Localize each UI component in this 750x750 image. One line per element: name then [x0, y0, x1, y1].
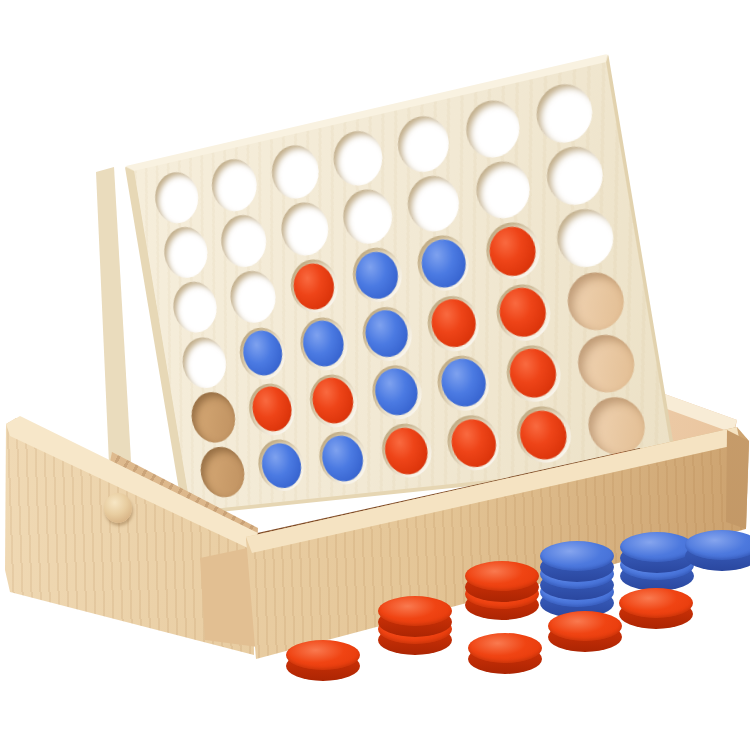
empty-hole: [584, 394, 649, 458]
red-disc[interactable]: [290, 260, 337, 312]
coin-top: [619, 588, 693, 618]
empty-hole: [394, 111, 453, 176]
cell-c7-r5[interactable]: [564, 327, 649, 400]
coin-side: [540, 552, 614, 582]
cell-c4-r3[interactable]: [340, 240, 415, 310]
coin-side: [286, 651, 360, 681]
empty-hole: [472, 157, 534, 223]
empty-hole: [160, 223, 211, 281]
coin-top: [540, 541, 614, 571]
disc-top: [391, 494, 463, 534]
empty-hole: [574, 331, 639, 396]
empty-hole: [151, 168, 201, 227]
cell-c3-r3[interactable]: [278, 252, 350, 320]
latch-knob[interactable]: [104, 493, 132, 523]
disc-side: [345, 514, 417, 554]
disc-side: [287, 526, 359, 566]
hole: [368, 362, 425, 422]
empty-hole: [532, 78, 596, 147]
empty-hole: [197, 445, 248, 500]
coin-side: [378, 625, 452, 655]
cell-c2-r6[interactable]: [247, 434, 317, 497]
empty-hole: [217, 211, 270, 271]
blue-disc[interactable]: [372, 366, 421, 418]
hole: [378, 421, 435, 480]
empty-hole: [564, 268, 629, 334]
hole: [306, 372, 361, 431]
cell-c6-r3[interactable]: [473, 214, 554, 288]
empty-hole: [329, 126, 386, 190]
product-photo-connect-four: [0, 0, 750, 750]
cell-c7-r4[interactable]: [554, 263, 639, 337]
coin-top: [620, 550, 694, 580]
blue-disc[interactable]: [353, 248, 402, 302]
hole: [255, 437, 308, 493]
coin-top: [465, 579, 539, 609]
coin-top: [685, 530, 750, 560]
red-disc[interactable]: [496, 284, 549, 340]
red-disc[interactable]: [309, 375, 356, 426]
cell-c6-r6[interactable]: [503, 400, 585, 470]
red-disc[interactable]: [382, 425, 432, 476]
empty-hole: [404, 171, 463, 235]
coin-side: [620, 561, 694, 591]
empty-hole: [462, 95, 524, 162]
coin-side: [540, 570, 614, 600]
empty-hole: [543, 141, 607, 209]
game-board: [125, 54, 677, 516]
coin-side: [378, 607, 452, 637]
blue-disc[interactable]: [363, 307, 412, 360]
disc-side: [393, 502, 465, 542]
hole: [444, 413, 504, 473]
hole: [414, 231, 473, 294]
coin-top: [540, 559, 614, 589]
disc-top: [285, 518, 357, 558]
coin-top: [540, 577, 614, 607]
cell-c2-r3[interactable]: [219, 263, 288, 330]
blue-disc[interactable]: [258, 441, 304, 490]
cell-c4-r5[interactable]: [360, 358, 435, 426]
coin-top: [286, 640, 360, 670]
empty-hole: [188, 389, 239, 445]
cell-c3-r5[interactable]: [297, 368, 369, 434]
coin-side: [685, 541, 750, 571]
disc-top: [242, 532, 314, 572]
hole: [513, 404, 575, 466]
coin-side: [540, 588, 614, 618]
empty-hole: [277, 198, 332, 259]
cell-c1-r5[interactable]: [180, 386, 247, 449]
blue-disc[interactable]: [418, 236, 469, 291]
cell-c5-r5[interactable]: [425, 348, 503, 417]
empty-hole: [553, 205, 618, 272]
coin-top: [468, 633, 542, 663]
coin-side: [465, 590, 539, 620]
hole: [502, 342, 564, 405]
disc-top: [448, 482, 520, 522]
hole: [296, 314, 351, 373]
empty-hole: [208, 154, 260, 215]
cell-c5-r3[interactable]: [405, 227, 483, 299]
cell-c4-r4[interactable]: [350, 299, 425, 368]
coin-top: [378, 596, 452, 626]
red-disc[interactable]: [517, 408, 571, 462]
cell-c3-r6[interactable]: [307, 426, 379, 491]
blue-disc[interactable]: [438, 356, 489, 409]
cell-c4-r6[interactable]: [369, 417, 444, 483]
blue-disc[interactable]: [240, 328, 286, 378]
coin-top: [378, 614, 452, 644]
tray-disc-3-blue[interactable]: [343, 506, 415, 546]
red-disc[interactable]: [486, 223, 539, 280]
game-board-grid: [134, 62, 673, 511]
cell-c1-r3[interactable]: [162, 275, 228, 340]
cell-c2-r5[interactable]: [237, 377, 306, 441]
hole: [349, 244, 406, 306]
hole: [315, 429, 370, 487]
hole: [492, 280, 554, 344]
disc-side: [500, 477, 572, 517]
cell-c3-r4[interactable]: [288, 310, 360, 377]
coin-side: [548, 622, 622, 652]
red-disc[interactable]: [428, 296, 479, 350]
tray-disc-1-blue[interactable]: [242, 532, 314, 572]
blue-disc[interactable]: [319, 433, 367, 483]
cell-c7-r6[interactable]: [575, 390, 660, 461]
cell-c2-r4[interactable]: [228, 320, 297, 386]
hole: [424, 292, 484, 354]
empty-hole: [339, 185, 396, 248]
coin-side: [619, 599, 693, 629]
hole: [287, 256, 342, 316]
red-disc[interactable]: [507, 346, 561, 401]
empty-hole: [227, 267, 280, 326]
hole: [482, 218, 544, 283]
red-disc[interactable]: [448, 417, 500, 470]
empty-hole: [169, 278, 220, 336]
cell-c6-r4[interactable]: [483, 276, 564, 348]
disc-top: [343, 506, 415, 546]
coin-top: [548, 611, 622, 641]
coin-top: [465, 561, 539, 591]
coin-side: [468, 644, 542, 674]
empty-hole: [268, 140, 322, 202]
red-disc[interactable]: [249, 384, 295, 434]
tray-disc-4-blue[interactable]: [391, 494, 463, 534]
hole: [359, 303, 416, 364]
coin-side: [620, 543, 694, 573]
hole: [245, 381, 298, 438]
blue-disc[interactable]: [300, 318, 347, 370]
empty-hole: [178, 334, 229, 391]
disc-side: [450, 490, 522, 530]
coin-top: [620, 532, 694, 562]
cell-c1-r6[interactable]: [189, 441, 256, 503]
coin-side: [465, 572, 539, 602]
tray-disc-5-blue[interactable]: [448, 482, 520, 522]
cell-c6-r5[interactable]: [493, 338, 575, 409]
cell-c5-r6[interactable]: [435, 409, 513, 477]
disc-side: [244, 540, 316, 580]
cell-c5-r4[interactable]: [415, 288, 493, 359]
hole: [236, 324, 289, 382]
tray-disc-2-blue[interactable]: [285, 518, 357, 558]
hole: [434, 352, 494, 413]
cell-c1-r4[interactable]: [171, 330, 238, 394]
